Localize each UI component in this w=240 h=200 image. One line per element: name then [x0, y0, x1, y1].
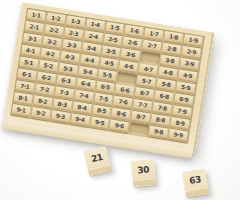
tray-floor: 1·11·21·31·41·51·61·71·81·92·12·22·32·42… [10, 8, 205, 144]
cube-fact-label: 7·9 [177, 107, 187, 114]
cube-fact-label: 3·2 [47, 38, 57, 45]
board-cube-9x9[interactable]: 9·9 [168, 129, 188, 143]
cube-fact-label: 4·8 [163, 69, 173, 76]
cube-fact-label: 4·7 [143, 66, 153, 73]
cube-fact-label: 6·6 [120, 86, 130, 93]
loose-answer-cube-30[interactable]: 30 [131, 159, 157, 187]
cube-fact-label: 5·7 [141, 77, 151, 84]
cube-fact-label: 2·7 [147, 42, 157, 49]
cube-fact-label: 5·4 [83, 68, 93, 75]
cube-fact-label: 7·3 [59, 89, 69, 96]
cube-fact-label: 1·7 [149, 30, 159, 37]
cube-fact-label: 9·3 [55, 112, 65, 119]
cube-fact-label: 9·5 [95, 119, 105, 126]
multiplication-board: 1·11·21·31·41·51·61·71·81·92·12·22·32·42… [3, 2, 215, 153]
cube-fact-label: 3·9 [185, 60, 195, 67]
cube-fact-label: 3·8 [165, 57, 175, 64]
cube-fact-label: 9·2 [36, 109, 46, 116]
board-cube-9x1[interactable]: 9·1 [11, 104, 31, 118]
cube-fact-label: 8·6 [116, 110, 126, 117]
cube-fact-label: 5·5 [102, 71, 112, 78]
cube-fact-label: 4·4 [84, 56, 94, 63]
cube-fact-label: 8·5 [97, 107, 107, 114]
cube-fact-label: 4·1 [25, 47, 35, 54]
cube-fact-label: 7·1 [20, 82, 30, 89]
cube-fact-label: 8·9 [175, 119, 185, 126]
cube-fact-label: 7·6 [118, 98, 128, 105]
loose-answer-cube-63[interactable]: 63 [182, 168, 209, 197]
cube-fact-label: 1·6 [129, 27, 139, 34]
cube-fact-label: 7·7 [138, 101, 148, 108]
cube-fact-label: 2·4 [88, 33, 98, 40]
cube-fact-label: 4·6 [124, 62, 134, 69]
cube-fact-label: 7·2 [40, 86, 50, 93]
cube-fact-label: 4·3 [65, 53, 75, 60]
cube-fact-label: 5·3 [63, 65, 73, 72]
board-cube-9x3[interactable]: 9·3 [51, 110, 71, 124]
cube-fact-label: 1·2 [51, 14, 61, 21]
cube-fact-label: 5·8 [161, 81, 171, 88]
loose-cube-label: 21 [90, 152, 103, 164]
cube-fact-label: 1·1 [31, 11, 41, 18]
loose-cube-label: 30 [137, 164, 150, 175]
board-cube-9x2[interactable]: 9·2 [31, 107, 51, 121]
cube-fact-label: 6·9 [179, 95, 189, 102]
cube-fact-label: 3·1 [27, 35, 37, 42]
cube-fact-label: 1·4 [90, 21, 100, 28]
cube-fact-label: 4·5 [104, 59, 114, 66]
cube-fact-label: 9·1 [16, 106, 26, 113]
cube-fact-label: 9·4 [75, 115, 85, 122]
cube-fact-label: 9·9 [173, 131, 183, 138]
cube-fact-label: 1·5 [110, 24, 120, 31]
cube-fact-label: 3·4 [86, 44, 96, 51]
cube-fact-label: 1·3 [70, 18, 80, 25]
cube-fact-label: 2·8 [167, 45, 177, 52]
cube-fact-label: 3·6 [126, 51, 136, 58]
cube-fact-label: 6·7 [140, 89, 150, 96]
cube-fact-label: 5·1 [24, 59, 34, 66]
cube-fact-label: 2·3 [69, 29, 79, 36]
cube-grid: 1·11·21·31·41·51·61·71·81·92·12·22·32·42… [11, 9, 204, 143]
cube-fact-label: 4·9 [183, 72, 193, 79]
empty-slot-9x7[interactable] [129, 123, 149, 137]
cube-fact-label: 2·1 [29, 23, 39, 30]
loose-cube-label: 63 [189, 174, 202, 186]
cube-fact-label: 3·5 [106, 47, 116, 54]
cube-fact-label: 2·5 [108, 36, 118, 43]
cube-fact-label: 1·9 [188, 36, 198, 43]
cube-fact-label: 3·3 [67, 41, 77, 48]
board-cube-9x5[interactable]: 9·5 [90, 116, 110, 130]
cube-fact-label: 2·2 [49, 26, 59, 33]
board-cube-9x8[interactable]: 9·8 [149, 126, 169, 140]
cube-fact-label: 7·4 [79, 92, 89, 99]
cube-fact-label: 2·9 [186, 48, 196, 55]
cube-fact-label: 5·2 [43, 62, 53, 69]
cube-fact-label: 6·1 [22, 71, 32, 78]
cube-fact-label: 6·2 [41, 74, 51, 81]
cube-fact-label: 4·2 [45, 50, 55, 57]
cube-fact-label: 7·5 [98, 95, 108, 102]
product-photo-canvas: 1·11·21·31·41·51·61·71·81·92·12·22·32·42… [0, 0, 240, 200]
cube-fact-label: 8·3 [57, 101, 67, 108]
cube-fact-label: 2·6 [127, 39, 137, 46]
cube-fact-label: 6·4 [81, 80, 91, 87]
board-cube-9x4[interactable]: 9·4 [70, 113, 90, 127]
cube-fact-label: 6·8 [159, 92, 169, 99]
cube-fact-label: 8·8 [156, 116, 166, 123]
cube-fact-label: 6·3 [61, 77, 71, 84]
cube-fact-label: 6·5 [100, 83, 110, 90]
board-cube-9x6[interactable]: 9·6 [109, 119, 129, 133]
cube-fact-label: 9·8 [154, 128, 164, 135]
wooden-tray: 1·11·21·31·41·51·61·71·81·92·12·22·32·42… [3, 2, 215, 153]
cube-fact-label: 1·8 [169, 33, 179, 40]
loose-answer-cube-21[interactable]: 21 [83, 146, 111, 177]
cube-fact-label: 8·2 [38, 97, 48, 104]
cube-fact-label: 8·4 [77, 104, 87, 111]
cube-fact-label: 8·1 [18, 94, 28, 101]
cube-fact-label: 9·6 [114, 122, 124, 129]
cube-fact-label: 7·8 [157, 104, 167, 111]
cube-fact-label: 5·9 [181, 84, 191, 91]
cube-fact-label: 8·7 [136, 113, 146, 120]
